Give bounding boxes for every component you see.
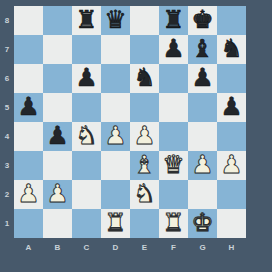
- square-f6[interactable]: [159, 64, 188, 93]
- square-f5[interactable]: [159, 93, 188, 122]
- square-c2[interactable]: [72, 180, 101, 209]
- square-c7[interactable]: [72, 35, 101, 64]
- rank-label-3: 3: [0, 151, 14, 180]
- square-g5[interactable]: [188, 93, 217, 122]
- piece-black-rook-f8[interactable]: ♜: [162, 5, 184, 34]
- file-label-f: F: [159, 240, 188, 254]
- file-label-g: G: [188, 240, 217, 254]
- square-d2[interactable]: [101, 180, 130, 209]
- piece-black-knight-e6[interactable]: ♞: [133, 63, 155, 92]
- square-h4[interactable]: [217, 122, 246, 151]
- square-f8[interactable]: ♜: [159, 6, 188, 35]
- file-labels: ABCDEFGH: [14, 240, 246, 254]
- square-f7[interactable]: ♟: [159, 35, 188, 64]
- rank-labels: 87654321: [0, 6, 14, 238]
- square-b7[interactable]: [43, 35, 72, 64]
- square-g3[interactable]: ♟: [188, 151, 217, 180]
- piece-black-knight-h7[interactable]: ♞: [220, 34, 242, 63]
- piece-white-pawn-g3[interactable]: ♟: [191, 150, 213, 179]
- square-a7[interactable]: [14, 35, 43, 64]
- piece-white-pawn-b2[interactable]: ♟: [46, 179, 68, 208]
- square-h6[interactable]: [217, 64, 246, 93]
- piece-black-queen-d8[interactable]: ♛: [104, 5, 126, 34]
- file-label-a: A: [14, 240, 43, 254]
- piece-white-pawn-a2[interactable]: ♟: [17, 179, 39, 208]
- square-g6[interactable]: ♟: [188, 64, 217, 93]
- square-e1[interactable]: [130, 209, 159, 238]
- square-g4[interactable]: [188, 122, 217, 151]
- square-a5[interactable]: ♟: [14, 93, 43, 122]
- piece-white-pawn-e4[interactable]: ♟: [133, 121, 155, 150]
- square-d4[interactable]: ♟: [101, 122, 130, 151]
- square-a8[interactable]: [14, 6, 43, 35]
- piece-black-pawn-c6[interactable]: ♟: [75, 63, 97, 92]
- piece-black-pawn-a5[interactable]: ♟: [17, 92, 39, 121]
- piece-black-pawn-h5[interactable]: ♟: [220, 92, 242, 121]
- square-b8[interactable]: [43, 6, 72, 35]
- square-f4[interactable]: [159, 122, 188, 151]
- rank-label-8: 8: [0, 6, 14, 35]
- square-g7[interactable]: ♝: [188, 35, 217, 64]
- square-g1[interactable]: ♚: [188, 209, 217, 238]
- square-h7[interactable]: ♞: [217, 35, 246, 64]
- file-label-c: C: [72, 240, 101, 254]
- chess-board: ♜♛♜♚♟♝♞♟♞♟♟♟♟♞♟♟♝♛♟♟♟♟♞♜♜♚: [14, 6, 246, 238]
- piece-white-knight-e2[interactable]: ♞: [133, 179, 155, 208]
- square-c3[interactable]: [72, 151, 101, 180]
- square-b4[interactable]: ♟: [43, 122, 72, 151]
- rank-label-7: 7: [0, 35, 14, 64]
- piece-white-rook-f1[interactable]: ♜: [162, 208, 184, 237]
- square-a1[interactable]: [14, 209, 43, 238]
- square-d5[interactable]: [101, 93, 130, 122]
- square-c1[interactable]: [72, 209, 101, 238]
- square-d1[interactable]: ♜: [101, 209, 130, 238]
- square-f2[interactable]: [159, 180, 188, 209]
- square-h8[interactable]: [217, 6, 246, 35]
- rank-label-2: 2: [0, 180, 14, 209]
- square-c6[interactable]: ♟: [72, 64, 101, 93]
- piece-black-pawn-b4[interactable]: ♟: [46, 121, 68, 150]
- rank-label-4: 4: [0, 122, 14, 151]
- square-a2[interactable]: ♟: [14, 180, 43, 209]
- file-label-h: H: [217, 240, 246, 254]
- square-e3[interactable]: ♝: [130, 151, 159, 180]
- piece-white-knight-c4[interactable]: ♞: [75, 121, 97, 150]
- rank-label-6: 6: [0, 64, 14, 93]
- file-label-e: E: [130, 240, 159, 254]
- square-b6[interactable]: [43, 64, 72, 93]
- square-a3[interactable]: [14, 151, 43, 180]
- square-e8[interactable]: [130, 6, 159, 35]
- piece-black-rook-c8[interactable]: ♜: [75, 5, 97, 34]
- square-b5[interactable]: [43, 93, 72, 122]
- square-h3[interactable]: ♟: [217, 151, 246, 180]
- square-d8[interactable]: ♛: [101, 6, 130, 35]
- piece-white-pawn-d4[interactable]: ♟: [104, 121, 126, 150]
- square-a6[interactable]: [14, 64, 43, 93]
- piece-black-pawn-f7[interactable]: ♟: [162, 34, 184, 63]
- square-b2[interactable]: ♟: [43, 180, 72, 209]
- file-label-b: B: [43, 240, 72, 254]
- square-h2[interactable]: [217, 180, 246, 209]
- square-c4[interactable]: ♞: [72, 122, 101, 151]
- piece-white-pawn-h3[interactable]: ♟: [220, 150, 242, 179]
- rank-label-1: 1: [0, 209, 14, 238]
- square-f1[interactable]: ♜: [159, 209, 188, 238]
- square-e5[interactable]: [130, 93, 159, 122]
- square-h1[interactable]: [217, 209, 246, 238]
- piece-white-rook-d1[interactable]: ♜: [104, 208, 126, 237]
- piece-white-queen-f3[interactable]: ♛: [162, 150, 184, 179]
- file-label-d: D: [101, 240, 130, 254]
- square-e4[interactable]: ♟: [130, 122, 159, 151]
- square-g2[interactable]: [188, 180, 217, 209]
- square-b3[interactable]: [43, 151, 72, 180]
- square-a4[interactable]: [14, 122, 43, 151]
- square-e7[interactable]: [130, 35, 159, 64]
- square-d3[interactable]: [101, 151, 130, 180]
- piece-black-pawn-g6[interactable]: ♟: [191, 63, 213, 92]
- square-c8[interactable]: ♜: [72, 6, 101, 35]
- chess-diagram: 87654321 ♜♛♜♚♟♝♞♟♞♟♟♟♟♞♟♟♝♛♟♟♟♟♞♜♜♚ ABCD…: [0, 0, 272, 272]
- piece-white-king-g1[interactable]: ♚: [191, 208, 213, 237]
- square-d7[interactable]: [101, 35, 130, 64]
- square-e2[interactable]: ♞: [130, 180, 159, 209]
- square-d6[interactable]: [101, 64, 130, 93]
- rank-label-5: 5: [0, 93, 14, 122]
- square-c5[interactable]: [72, 93, 101, 122]
- square-e6[interactable]: ♞: [130, 64, 159, 93]
- piece-black-bishop-g7[interactable]: ♝: [191, 34, 213, 63]
- square-g8[interactable]: ♚: [188, 6, 217, 35]
- square-f3[interactable]: ♛: [159, 151, 188, 180]
- piece-white-bishop-e3[interactable]: ♝: [133, 150, 155, 179]
- square-h5[interactable]: ♟: [217, 93, 246, 122]
- square-b1[interactable]: [43, 209, 72, 238]
- piece-black-king-g8[interactable]: ♚: [191, 5, 213, 34]
